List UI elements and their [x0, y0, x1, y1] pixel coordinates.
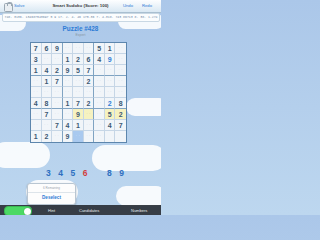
cell-r9c5[interactable]: · ·	[73, 131, 84, 142]
pencil-marks: · ·	[44, 58, 48, 61]
cell-r2c5[interactable]: 2	[73, 54, 84, 65]
pencil-marks: · ·	[34, 113, 38, 116]
cloud	[116, 186, 161, 206]
cell-r6c7[interactable]: · ·	[94, 98, 105, 109]
pencil-marks: · ·	[55, 135, 59, 138]
pencil-marks: · ·	[55, 102, 59, 105]
pencil-marks: · ·	[107, 80, 111, 83]
cell-r4c8[interactable]: · ·	[105, 76, 116, 87]
window-title: Smart Sudoku (Score: 100)	[0, 3, 161, 8]
cell-r7c9[interactable]: 2	[115, 109, 126, 120]
cell-r1c3[interactable]: 9	[52, 43, 63, 54]
cell-r9c7[interactable]: · ·	[94, 131, 105, 142]
pencil-marks: · ·	[55, 91, 59, 94]
cell-r2c9[interactable]: · ·	[115, 54, 126, 65]
sound-toggle[interactable]	[4, 206, 32, 215]
cell-r7c1[interactable]: · ·	[31, 109, 42, 120]
pencil-marks: · ·	[34, 80, 38, 83]
cell-r2c2[interactable]: · ·	[42, 54, 53, 65]
sudoku-board[interactable]: 769· ·· ·· ·51· ·3· ·· ·12649· ·142957· …	[30, 42, 127, 143]
cell-r1c8[interactable]: 1	[105, 43, 116, 54]
cell-r1c4[interactable]: · ·	[63, 43, 74, 54]
pencil-marks: · ·	[97, 113, 101, 116]
cell-r6c3[interactable]: · ·	[52, 98, 63, 109]
pencil-marks: · ·	[97, 135, 101, 138]
cell-r6c2[interactable]: 8	[42, 98, 53, 109]
cell-r5c3[interactable]: · ·	[52, 87, 63, 98]
cell-r6c6[interactable]: 2	[84, 98, 95, 109]
toggle-knob	[24, 208, 31, 215]
cell-r6c8[interactable]: 2	[105, 98, 116, 109]
cell-r1c6[interactable]: · ·	[84, 43, 95, 54]
cell-r1c2[interactable]: 6	[42, 43, 53, 54]
cell-r5c5[interactable]: · ·	[73, 87, 84, 98]
cell-r4c6[interactable]: 2	[84, 76, 95, 87]
cell-r5c1[interactable]: · ·	[31, 87, 42, 98]
cell-r9c9[interactable]	[115, 131, 126, 142]
cell-r3c7[interactable]: · ·	[94, 65, 105, 76]
cell-r5c9[interactable]: · ·	[115, 87, 126, 98]
deselect-button[interactable]: Deselect	[28, 193, 75, 203]
cell-r8c6[interactable]: · ·	[84, 120, 95, 131]
pencil-marks: · ·	[97, 80, 101, 83]
cell-r4c3[interactable]: 7	[52, 76, 63, 87]
cell-r2c7[interactable]: 4	[94, 54, 105, 65]
cell-r2c3[interactable]: · ·	[52, 54, 63, 65]
cell-r1c5[interactable]: · ·	[73, 43, 84, 54]
cell-r3c2[interactable]: 4	[42, 65, 53, 76]
cell-r8c3[interactable]: 7	[52, 120, 63, 131]
pencil-marks: · ·	[119, 58, 123, 61]
cell-r6c1[interactable]: 4	[31, 98, 42, 109]
cell-r4c5[interactable]: · ·	[73, 76, 84, 87]
cell-r3c4[interactable]: 9	[63, 65, 74, 76]
cell-r9c8[interactable]	[105, 131, 116, 142]
cell-r6c5[interactable]: 7	[73, 98, 84, 109]
cell-r3c8[interactable]: · ·	[105, 65, 116, 76]
pad-digit-8[interactable]: 8	[103, 168, 115, 178]
cell-r2c8[interactable]: 9	[105, 54, 116, 65]
cell-r4c9[interactable]: · ·	[115, 76, 126, 87]
pencil-marks: · ·	[65, 113, 69, 116]
pad-digit-4[interactable]: 4	[55, 168, 67, 178]
cell-r9c2[interactable]: 2	[42, 131, 53, 142]
cell-r5c4[interactable]: · ·	[63, 87, 74, 98]
pencil-marks: · ·	[119, 91, 123, 94]
pencil-marks: · ·	[86, 91, 90, 94]
pencil-marks: · ·	[86, 124, 90, 127]
pencil-marks: · ·	[119, 47, 123, 50]
cell-r7c3[interactable]: · ·	[52, 109, 63, 120]
nav-bar: Solve Smart Sudoku (Score: 100) Undo Red…	[0, 0, 161, 13]
bottom-toolbar: Hint Candidates Numbers	[0, 205, 161, 215]
pencil-marks: · ·	[44, 91, 48, 94]
cell-r1c1[interactable]: 7	[31, 43, 42, 54]
pencil-marks: · ·	[76, 135, 80, 138]
pencil-marks: · ·	[97, 102, 101, 105]
redo-button[interactable]: Redo	[142, 3, 152, 8]
cloud	[126, 98, 161, 116]
pencil-marks: · ·	[34, 124, 38, 127]
candidates-button[interactable]: Candidates	[79, 208, 99, 213]
cell-r3c5[interactable]: 5	[73, 65, 84, 76]
pencil-marks: · ·	[34, 91, 38, 94]
puzzle-title: Puzzle #428	[0, 25, 161, 32]
cell-r7c5[interactable]: 9	[73, 109, 84, 120]
pencil-marks: · ·	[76, 47, 80, 50]
pencil-marks: · ·	[76, 91, 80, 94]
cell-r4c2[interactable]: 1	[42, 76, 53, 87]
cell-r8c5[interactable]: 1	[73, 120, 84, 131]
pencil-marks: · ·	[65, 91, 69, 94]
cell-r1c9[interactable]: · ·	[115, 43, 126, 54]
hint-button[interactable]: Hint	[48, 208, 55, 213]
pencil-marks: · ·	[65, 80, 69, 83]
cell-r9c1[interactable]: 1	[31, 131, 42, 142]
pencil-marks: · ·	[119, 80, 123, 83]
cell-r7c2[interactable]: 7	[42, 109, 53, 120]
pencil-marks: · ·	[76, 80, 80, 83]
pencil-marks: · ·	[65, 47, 69, 50]
cell-r2c6[interactable]: 6	[84, 54, 95, 65]
cell-r7c7[interactable]: · ·	[94, 109, 105, 120]
pencil-marks: · ·	[107, 91, 111, 94]
cell-r4c4[interactable]: · ·	[63, 76, 74, 87]
cell-r3c6[interactable]: 7	[84, 65, 95, 76]
cell-r3c3[interactable]: 2	[52, 65, 63, 76]
cell-r2c4[interactable]: 1	[63, 54, 74, 65]
pencil-marks: · ·	[97, 124, 101, 127]
pencil-marks: · ·	[97, 91, 101, 94]
cell-r7c6[interactable]: · ·	[84, 109, 95, 120]
pencil-marks: · ·	[86, 135, 90, 138]
cell-r9c4[interactable]: 9	[63, 131, 74, 142]
cell-r5c8[interactable]: · ·	[105, 87, 116, 98]
number-popover: 6 Remaining Deselect	[27, 183, 76, 205]
cell-r8c8[interactable]: 4	[105, 120, 116, 131]
pad-digit-9[interactable]: 9	[116, 168, 128, 178]
cell-r7c4[interactable]: · ·	[63, 109, 74, 120]
cell-r2c1[interactable]: 3	[31, 54, 42, 65]
cell-r5c2[interactable]: · ·	[42, 87, 53, 98]
cell-r8c4[interactable]: 4	[63, 120, 74, 131]
cell-r6c4[interactable]: 1	[63, 98, 74, 109]
cell-r8c1[interactable]: · ·	[31, 120, 42, 131]
pencil-marks: · ·	[107, 69, 111, 72]
pencil-marks: · ·	[55, 58, 59, 61]
cell-r9c3[interactable]: · ·	[52, 131, 63, 142]
cell-r5c7[interactable]: · ·	[94, 87, 105, 98]
cell-r1c7[interactable]: 5	[94, 43, 105, 54]
cell-r8c7[interactable]: · ·	[94, 120, 105, 131]
cell-r8c9[interactable]: 7	[115, 120, 126, 131]
pad-digit-5[interactable]: 5	[67, 168, 79, 178]
numbers-button[interactable]: Numbers	[131, 208, 147, 213]
pencil-marks: · ·	[97, 69, 101, 72]
pencil-marks: · ·	[86, 113, 90, 116]
number-pad: 345689	[0, 168, 161, 181]
undo-button[interactable]: Undo	[123, 3, 133, 8]
cell-r7c8[interactable]: 5	[105, 109, 116, 120]
pencil-marks: · ·	[86, 47, 90, 50]
cloud	[0, 142, 50, 168]
cell-r5c6[interactable]: · ·	[84, 87, 95, 98]
pencil-marks: · ·	[119, 69, 123, 72]
remaining-label: 6 Remaining	[28, 184, 75, 193]
cell-r8c2[interactable]: · ·	[42, 120, 53, 131]
cell-r6c9[interactable]: 8	[115, 98, 126, 109]
stats-strip: 748. 3136. 134687543697 5 9 17. 2. 4. 46…	[2, 13, 160, 23]
pad-digit-6[interactable]: 6	[79, 168, 91, 178]
cell-r4c1[interactable]: · ·	[31, 76, 42, 87]
puzzle-subtitle: Expert	[0, 33, 161, 37]
cell-r9c6[interactable]: · ·	[84, 131, 95, 142]
pencil-marks: · ·	[55, 113, 59, 116]
cell-r4c7[interactable]: · ·	[94, 76, 105, 87]
cell-r3c1[interactable]: 1	[31, 65, 42, 76]
pencil-marks: · ·	[44, 124, 48, 127]
cell-r3c9[interactable]: · ·	[115, 65, 126, 76]
pad-digit-3[interactable]: 3	[42, 168, 54, 178]
